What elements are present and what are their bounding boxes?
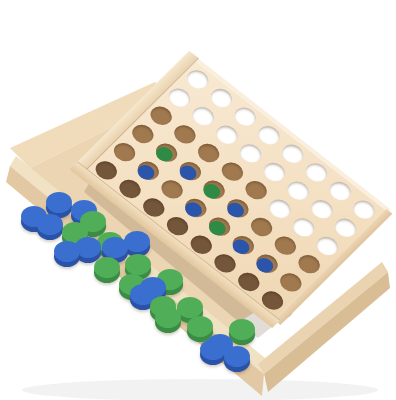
tray-disc-green — [177, 297, 203, 318]
tray-disc-blue — [102, 237, 128, 258]
tray-disc-green — [187, 316, 213, 337]
tray-disc-green — [125, 254, 151, 275]
tray-disc-blue — [200, 339, 226, 360]
tray-disc-green — [155, 307, 181, 328]
tray-disc-green — [229, 319, 255, 340]
tray-disc-blue — [37, 214, 63, 235]
tray-disc-blue — [54, 241, 80, 262]
tray-disc-blue — [224, 346, 250, 367]
product-photo — [0, 0, 396, 400]
tray-disc-blue — [46, 192, 72, 213]
floor-shadow — [22, 379, 378, 400]
tray-disc-green — [94, 257, 120, 278]
